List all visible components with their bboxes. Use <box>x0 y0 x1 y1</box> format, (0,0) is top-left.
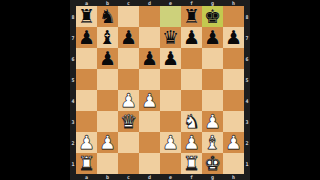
white-pawn: ♟ <box>223 132 244 153</box>
rank-label-3: 3 <box>244 111 250 132</box>
square-b5[interactable] <box>97 69 118 90</box>
square-h7[interactable]: ♟ <box>223 27 244 48</box>
chess-screenshot: abcdefgh abcdefgh 87654321 87654321 ♜♞♜♚… <box>0 0 320 180</box>
black-pawn: ♟ <box>202 27 223 48</box>
square-b8[interactable]: ♞ <box>97 6 118 27</box>
white-pawn: ♟ <box>181 132 202 153</box>
square-g5[interactable] <box>202 69 223 90</box>
square-a4[interactable] <box>76 90 97 111</box>
rank-label-5: 5 <box>244 69 250 90</box>
file-label-g: g <box>202 174 223 180</box>
rank-label-6: 6 <box>244 48 250 69</box>
square-f4[interactable] <box>181 90 202 111</box>
square-g1[interactable]: ♚ <box>202 153 223 174</box>
square-h3[interactable] <box>223 111 244 132</box>
square-e1[interactable] <box>160 153 181 174</box>
square-g4[interactable] <box>202 90 223 111</box>
square-b7[interactable]: ♝ <box>97 27 118 48</box>
file-label-d: d <box>139 174 160 180</box>
square-f5[interactable] <box>181 69 202 90</box>
chess-board: abcdefgh abcdefgh 87654321 87654321 ♜♞♜♚… <box>70 0 250 180</box>
square-c3[interactable]: ♛ <box>118 111 139 132</box>
file-label-f: f <box>181 174 202 180</box>
square-h8[interactable] <box>223 6 244 27</box>
square-f2[interactable]: ♟ <box>181 132 202 153</box>
white-rook: ♜ <box>181 153 202 174</box>
black-rook: ♜ <box>181 6 202 27</box>
rank-label-8: 8 <box>244 6 250 27</box>
white-knight: ♞ <box>181 111 202 132</box>
black-pawn: ♟ <box>181 27 202 48</box>
square-b6[interactable]: ♟ <box>97 48 118 69</box>
white-pawn: ♟ <box>76 132 97 153</box>
square-e3[interactable] <box>160 111 181 132</box>
white-pawn: ♟ <box>202 111 223 132</box>
square-a2[interactable]: ♟ <box>76 132 97 153</box>
letterbox-right <box>250 0 320 180</box>
black-knight: ♞ <box>97 6 118 27</box>
square-b1[interactable] <box>97 153 118 174</box>
white-pawn: ♟ <box>139 90 160 111</box>
square-c4[interactable]: ♟ <box>118 90 139 111</box>
square-d1[interactable] <box>139 153 160 174</box>
file-label-h: h <box>223 174 244 180</box>
square-d6[interactable]: ♟ <box>139 48 160 69</box>
rank-label-2: 2 <box>244 132 250 153</box>
white-pawn: ♟ <box>97 132 118 153</box>
square-d5[interactable] <box>139 69 160 90</box>
square-a8[interactable]: ♜ <box>76 6 97 27</box>
square-e5[interactable] <box>160 69 181 90</box>
square-e4[interactable] <box>160 90 181 111</box>
black-rook: ♜ <box>76 6 97 27</box>
square-h6[interactable] <box>223 48 244 69</box>
square-f6[interactable] <box>181 48 202 69</box>
board-grid: ♜♞♜♚♟♝♟♛♟♟♟♟♟♟♟♟♛♞♟♟♟♟♟♝♟♜♜♚ <box>76 6 244 174</box>
square-d8[interactable] <box>139 6 160 27</box>
square-c5[interactable] <box>118 69 139 90</box>
square-c6[interactable] <box>118 48 139 69</box>
black-king: ♚ <box>202 6 223 27</box>
letterbox-left <box>0 0 70 180</box>
square-a1[interactable]: ♜ <box>76 153 97 174</box>
black-pawn: ♟ <box>76 27 97 48</box>
black-pawn: ♟ <box>223 27 244 48</box>
white-king: ♚ <box>202 153 223 174</box>
white-rook: ♜ <box>76 153 97 174</box>
square-h5[interactable] <box>223 69 244 90</box>
square-f8[interactable]: ♜ <box>181 6 202 27</box>
square-c2[interactable] <box>118 132 139 153</box>
square-f1[interactable]: ♜ <box>181 153 202 174</box>
square-a6[interactable] <box>76 48 97 69</box>
square-b2[interactable]: ♟ <box>97 132 118 153</box>
file-labels-bottom: abcdefgh <box>76 174 244 180</box>
square-h2[interactable]: ♟ <box>223 132 244 153</box>
white-bishop: ♝ <box>202 132 223 153</box>
square-b4[interactable] <box>97 90 118 111</box>
rank-labels-right: 87654321 <box>244 6 250 174</box>
rank-label-4: 4 <box>244 90 250 111</box>
file-label-c: c <box>118 174 139 180</box>
square-d7[interactable] <box>139 27 160 48</box>
black-bishop: ♝ <box>97 27 118 48</box>
black-queen: ♛ <box>160 27 181 48</box>
square-h4[interactable] <box>223 90 244 111</box>
black-pawn: ♟ <box>118 27 139 48</box>
rank-label-1: 1 <box>244 153 250 174</box>
square-c1[interactable] <box>118 153 139 174</box>
square-h1[interactable] <box>223 153 244 174</box>
white-pawn: ♟ <box>118 90 139 111</box>
square-e8-highlighted[interactable] <box>160 6 181 27</box>
square-f7[interactable]: ♟ <box>181 27 202 48</box>
file-label-a: a <box>76 174 97 180</box>
square-e7[interactable]: ♛ <box>160 27 181 48</box>
white-pawn: ♟ <box>160 132 181 153</box>
rank-label-7: 7 <box>244 27 250 48</box>
square-g2[interactable]: ♝ <box>202 132 223 153</box>
square-c7[interactable]: ♟ <box>118 27 139 48</box>
square-g7[interactable]: ♟ <box>202 27 223 48</box>
square-d3[interactable] <box>139 111 160 132</box>
file-label-b: b <box>97 174 118 180</box>
square-g3[interactable]: ♟ <box>202 111 223 132</box>
white-queen: ♛ <box>118 111 139 132</box>
black-pawn: ♟ <box>160 48 181 69</box>
square-d4[interactable]: ♟ <box>139 90 160 111</box>
square-g8-highlighted[interactable]: ♚ <box>202 6 223 27</box>
black-pawn: ♟ <box>139 48 160 69</box>
black-pawn: ♟ <box>97 48 118 69</box>
square-e6[interactable]: ♟ <box>160 48 181 69</box>
square-d2[interactable] <box>139 132 160 153</box>
square-a5[interactable] <box>76 69 97 90</box>
square-f3[interactable]: ♞ <box>181 111 202 132</box>
square-e2[interactable]: ♟ <box>160 132 181 153</box>
square-g6[interactable] <box>202 48 223 69</box>
file-label-e: e <box>160 174 181 180</box>
square-c8[interactable] <box>118 6 139 27</box>
square-a7[interactable]: ♟ <box>76 27 97 48</box>
square-a3[interactable] <box>76 111 97 132</box>
square-b3[interactable] <box>97 111 118 132</box>
